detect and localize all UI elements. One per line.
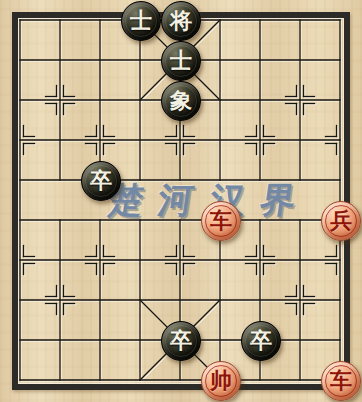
piece-black-advisor[interactable]: 士 xyxy=(121,1,161,41)
piece-black-general[interactable]: 将 xyxy=(161,1,201,41)
piece-red-general[interactable]: 帅 xyxy=(201,361,241,401)
xiangqi-board: 楚河 汉界 士将士象卒车兵卒卒帅车 xyxy=(0,0,362,402)
piece-red-chariot[interactable]: 车 xyxy=(201,201,241,241)
piece-red-chariot[interactable]: 车 xyxy=(321,361,361,401)
piece-black-advisor[interactable]: 士 xyxy=(161,41,201,81)
piece-grid: 士将士象卒车兵卒卒帅车 xyxy=(0,0,360,400)
piece-black-soldier[interactable]: 卒 xyxy=(161,321,201,361)
piece-red-soldier[interactable]: 兵 xyxy=(321,201,361,241)
piece-black-elephant[interactable]: 象 xyxy=(161,81,201,121)
piece-black-soldier[interactable]: 卒 xyxy=(241,321,281,361)
piece-black-soldier[interactable]: 卒 xyxy=(81,161,121,201)
